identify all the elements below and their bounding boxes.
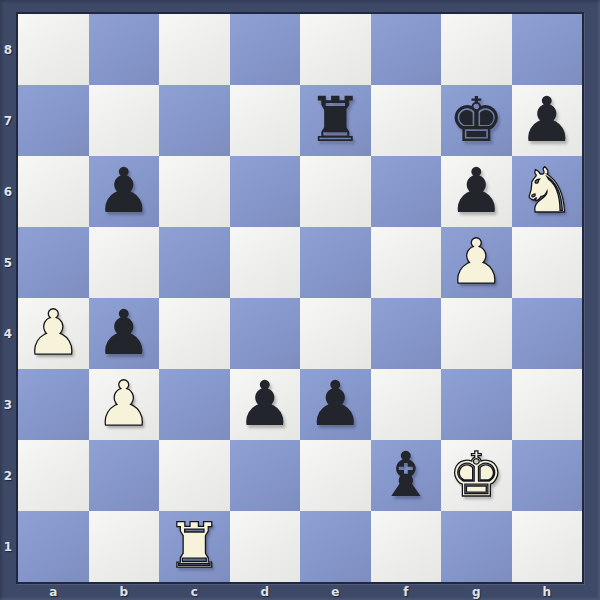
square-f4[interactable] (371, 298, 442, 369)
square-a3[interactable] (18, 369, 89, 440)
square-e3[interactable]: ♟ (300, 369, 371, 440)
file-label-a: a (18, 584, 89, 600)
square-f7[interactable] (371, 85, 442, 156)
square-g4[interactable] (441, 298, 512, 369)
square-e6[interactable] (300, 156, 371, 227)
square-f8[interactable] (371, 14, 442, 85)
rank-label-5: 5 (0, 227, 16, 298)
file-label-d: d (230, 584, 301, 600)
square-f3[interactable] (371, 369, 442, 440)
square-h5[interactable] (512, 227, 583, 298)
square-a7[interactable] (18, 85, 89, 156)
white-knight: ♞ (519, 160, 575, 222)
square-b6[interactable]: ♟ (89, 156, 160, 227)
rank-label-8: 8 (0, 14, 16, 85)
rank-label-2: 2 (0, 440, 16, 511)
black-pawn: ♟ (96, 160, 152, 222)
square-g6[interactable]: ♟ (441, 156, 512, 227)
square-h3[interactable] (512, 369, 583, 440)
square-e1[interactable] (300, 511, 371, 582)
square-e8[interactable] (300, 14, 371, 85)
square-b8[interactable] (89, 14, 160, 85)
square-a6[interactable] (18, 156, 89, 227)
file-label-f: f (371, 584, 442, 600)
square-f1[interactable] (371, 511, 442, 582)
square-c2[interactable] (159, 440, 230, 511)
square-e5[interactable] (300, 227, 371, 298)
square-e2[interactable] (300, 440, 371, 511)
square-c6[interactable] (159, 156, 230, 227)
file-label-h: h (512, 584, 583, 600)
black-pawn: ♟ (96, 302, 152, 364)
square-a4[interactable]: ♟ (18, 298, 89, 369)
square-h7[interactable]: ♟ (512, 85, 583, 156)
square-b2[interactable] (89, 440, 160, 511)
square-g8[interactable] (441, 14, 512, 85)
black-pawn: ♟ (237, 373, 293, 435)
rank-labels: 87654321 (0, 14, 16, 582)
square-c7[interactable] (159, 85, 230, 156)
square-c8[interactable] (159, 14, 230, 85)
file-label-c: c (159, 584, 230, 600)
rank-label-1: 1 (0, 511, 16, 582)
square-b1[interactable] (89, 511, 160, 582)
square-c5[interactable] (159, 227, 230, 298)
square-c4[interactable] (159, 298, 230, 369)
square-f6[interactable] (371, 156, 442, 227)
square-a2[interactable] (18, 440, 89, 511)
black-pawn: ♟ (448, 160, 504, 222)
square-h2[interactable] (512, 440, 583, 511)
white-pawn: ♟ (25, 302, 81, 364)
square-h4[interactable] (512, 298, 583, 369)
square-h1[interactable] (512, 511, 583, 582)
file-label-b: b (89, 584, 160, 600)
chess-board: ♜♚♟♟♟♞♟♟♟♟♟♟♝♚♜ (16, 12, 584, 584)
rank-label-7: 7 (0, 85, 16, 156)
square-d4[interactable] (230, 298, 301, 369)
white-rook: ♜ (166, 515, 222, 577)
black-king: ♚ (448, 89, 504, 151)
rank-label-3: 3 (0, 369, 16, 440)
square-d2[interactable] (230, 440, 301, 511)
square-a8[interactable] (18, 14, 89, 85)
square-g2[interactable]: ♚ (441, 440, 512, 511)
black-rook: ♜ (307, 89, 363, 151)
square-e7[interactable]: ♜ (300, 85, 371, 156)
chess-board-frame: 87654321 ♜♚♟♟♟♞♟♟♟♟♟♟♝♚♜ abcdefgh (0, 0, 600, 600)
white-king: ♚ (448, 444, 504, 506)
black-bishop: ♝ (378, 444, 434, 506)
file-label-g: g (441, 584, 512, 600)
square-h8[interactable] (512, 14, 583, 85)
rank-label-4: 4 (0, 298, 16, 369)
square-b7[interactable] (89, 85, 160, 156)
square-g5[interactable]: ♟ (441, 227, 512, 298)
white-pawn: ♟ (96, 373, 152, 435)
black-pawn: ♟ (307, 373, 363, 435)
square-c1[interactable]: ♜ (159, 511, 230, 582)
square-f5[interactable] (371, 227, 442, 298)
file-label-e: e (300, 584, 371, 600)
square-b3[interactable]: ♟ (89, 369, 160, 440)
square-d5[interactable] (230, 227, 301, 298)
square-h6[interactable]: ♞ (512, 156, 583, 227)
square-d7[interactable] (230, 85, 301, 156)
white-pawn: ♟ (448, 231, 504, 293)
square-c3[interactable] (159, 369, 230, 440)
square-b4[interactable]: ♟ (89, 298, 160, 369)
rank-label-6: 6 (0, 156, 16, 227)
file-labels: abcdefgh (18, 584, 582, 600)
square-a1[interactable] (18, 511, 89, 582)
black-pawn: ♟ (519, 89, 575, 151)
square-d3[interactable]: ♟ (230, 369, 301, 440)
square-a5[interactable] (18, 227, 89, 298)
square-g7[interactable]: ♚ (441, 85, 512, 156)
square-d8[interactable] (230, 14, 301, 85)
square-e4[interactable] (300, 298, 371, 369)
square-f2[interactable]: ♝ (371, 440, 442, 511)
square-b5[interactable] (89, 227, 160, 298)
square-g1[interactable] (441, 511, 512, 582)
square-d1[interactable] (230, 511, 301, 582)
square-d6[interactable] (230, 156, 301, 227)
square-g3[interactable] (441, 369, 512, 440)
